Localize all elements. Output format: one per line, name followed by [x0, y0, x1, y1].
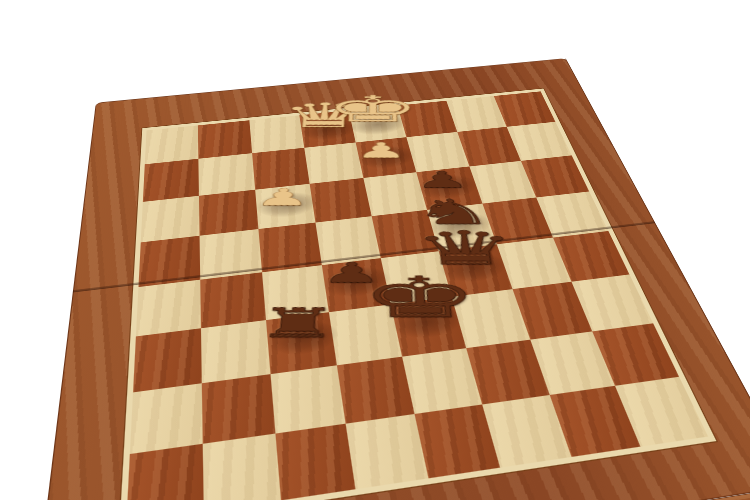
- board-top-surface: ♛♚♟♟♟♞♟♛♚♜: [35, 58, 750, 500]
- square-e3[interactable]: [391, 297, 467, 356]
- square-b1[interactable]: [203, 433, 280, 500]
- square-g1[interactable]: [549, 386, 640, 457]
- black-pawn-icon: ♟: [369, 169, 518, 192]
- square-a7[interactable]: [143, 159, 199, 202]
- square-d2[interactable]: [337, 356, 415, 423]
- square-c2[interactable]: [270, 365, 345, 433]
- white-queen-icon: ♛: [254, 99, 392, 133]
- square-b2[interactable]: [202, 374, 275, 444]
- square-a3[interactable]: [133, 328, 202, 391]
- square-c3[interactable]: [265, 312, 336, 373]
- square-e1[interactable]: [414, 404, 500, 478]
- square-a4[interactable]: [136, 280, 201, 337]
- square-f3[interactable]: [452, 289, 530, 347]
- square-c1[interactable]: [275, 423, 355, 500]
- piece-shadow: [390, 302, 465, 341]
- white-pawn-icon: ♟: [310, 140, 453, 161]
- square-a2[interactable]: [130, 383, 203, 454]
- white-pawn-icon: ♟: [206, 186, 358, 210]
- square-d1[interactable]: [345, 414, 428, 490]
- square-g2[interactable]: [530, 331, 615, 395]
- square-f2[interactable]: [466, 339, 549, 404]
- scene: ♛♚♟♟♟♞♟♛♚♜: [0, 0, 750, 500]
- square-b8[interactable]: [198, 120, 252, 159]
- square-h4[interactable]: [553, 231, 630, 282]
- square-a5[interactable]: [138, 236, 200, 288]
- square-a1[interactable]: [126, 443, 204, 500]
- square-e2[interactable]: [402, 348, 482, 414]
- square-h2[interactable]: [592, 323, 679, 386]
- black-rook-icon: ♜: [208, 303, 384, 344]
- square-a8[interactable]: [145, 125, 199, 164]
- square-a6[interactable]: [141, 195, 200, 242]
- square-h3[interactable]: [571, 275, 653, 331]
- photo-stage: ♛♚♟♟♟♞♟♛♚♜: [0, 0, 750, 500]
- black-king-icon: ♚: [335, 270, 508, 326]
- square-g3[interactable]: [512, 282, 592, 339]
- square-b4[interactable]: [200, 272, 265, 328]
- piece-shadow: [267, 317, 341, 358]
- square-f1[interactable]: [482, 395, 571, 468]
- square-b3[interactable]: [201, 320, 270, 382]
- chess-board: ♛♚♟♟♟♞♟♛♚♜: [35, 58, 750, 500]
- square-h1[interactable]: [615, 377, 708, 447]
- square-d3[interactable]: [329, 305, 402, 365]
- square-b5[interactable]: [200, 229, 262, 280]
